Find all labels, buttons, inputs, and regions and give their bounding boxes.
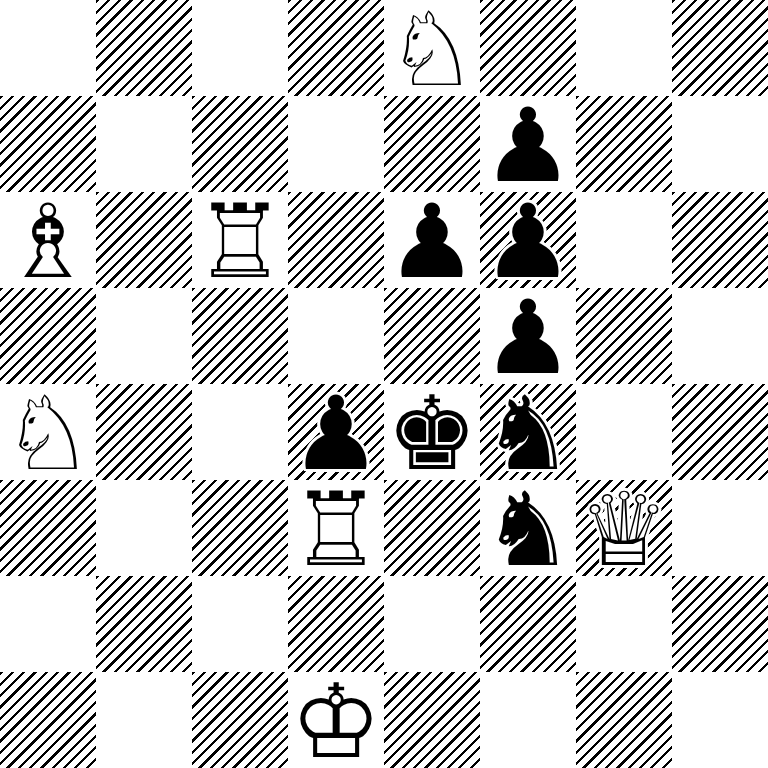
square-g3[interactable]: ♛♕ (576, 480, 672, 576)
black-pawn[interactable]: ♟ (480, 96, 576, 192)
square-f4[interactable]: ♞ (480, 384, 576, 480)
white-rook[interactable]: ♜♖ (192, 192, 288, 288)
square-h1[interactable] (672, 672, 768, 768)
square-b6[interactable] (96, 192, 192, 288)
black-pawn[interactable]: ♟ (480, 192, 576, 288)
square-h4[interactable] (672, 384, 768, 480)
square-b7[interactable] (96, 96, 192, 192)
square-c7[interactable] (192, 96, 288, 192)
black-knight-fill-glyph: ♞ (480, 480, 576, 576)
white-rook-outline-glyph: ♖ (192, 192, 288, 288)
square-h5[interactable] (672, 288, 768, 384)
square-c3[interactable] (192, 480, 288, 576)
square-f6[interactable]: ♟ (480, 192, 576, 288)
white-rook-outline-glyph: ♖ (288, 480, 384, 576)
square-h7[interactable] (672, 96, 768, 192)
black-pawn-fill-glyph: ♟ (480, 192, 576, 288)
square-d5[interactable] (288, 288, 384, 384)
square-a2[interactable] (0, 576, 96, 672)
square-f2[interactable] (480, 576, 576, 672)
square-e5[interactable] (384, 288, 480, 384)
square-d2[interactable] (288, 576, 384, 672)
white-queen[interactable]: ♛♕ (576, 480, 672, 576)
white-bishop-outline-glyph: ♗ (0, 192, 96, 288)
square-h8[interactable] (672, 0, 768, 96)
square-f7[interactable]: ♟ (480, 96, 576, 192)
square-c8[interactable] (192, 0, 288, 96)
square-d4[interactable]: ♟ (288, 384, 384, 480)
square-e4[interactable]: ♚ (384, 384, 480, 480)
square-e2[interactable] (384, 576, 480, 672)
white-king-outline-glyph: ♔ (288, 672, 384, 768)
square-d3[interactable]: ♜♖ (288, 480, 384, 576)
square-c2[interactable] (192, 576, 288, 672)
square-d1[interactable]: ♚♔ (288, 672, 384, 768)
square-h2[interactable] (672, 576, 768, 672)
square-g8[interactable] (576, 0, 672, 96)
square-g5[interactable] (576, 288, 672, 384)
square-h3[interactable] (672, 480, 768, 576)
chess-board: ♞♘♟♝♗♜♖♟♟♟♞♘♟♚♞♜♖♞♛♕♚♔ (0, 0, 768, 768)
square-b3[interactable] (96, 480, 192, 576)
white-rook[interactable]: ♜♖ (288, 480, 384, 576)
square-c5[interactable] (192, 288, 288, 384)
square-e7[interactable] (384, 96, 480, 192)
square-a3[interactable] (0, 480, 96, 576)
square-e8[interactable]: ♞♘ (384, 0, 480, 96)
square-a7[interactable] (0, 96, 96, 192)
square-g4[interactable] (576, 384, 672, 480)
square-f5[interactable]: ♟ (480, 288, 576, 384)
square-d6[interactable] (288, 192, 384, 288)
white-bishop[interactable]: ♝♗ (0, 192, 96, 288)
white-knight-outline-glyph: ♘ (0, 384, 96, 480)
black-pawn-fill-glyph: ♟ (480, 288, 576, 384)
black-knight[interactable]: ♞ (480, 480, 576, 576)
square-b1[interactable] (96, 672, 192, 768)
square-g6[interactable] (576, 192, 672, 288)
black-pawn[interactable]: ♟ (288, 384, 384, 480)
square-f1[interactable] (480, 672, 576, 768)
black-king[interactable]: ♚ (384, 384, 480, 480)
square-e6[interactable]: ♟ (384, 192, 480, 288)
square-a8[interactable] (0, 0, 96, 96)
square-h6[interactable] (672, 192, 768, 288)
black-knight[interactable]: ♞ (480, 384, 576, 480)
square-b8[interactable] (96, 0, 192, 96)
black-king-fill-glyph: ♚ (384, 384, 480, 480)
square-a1[interactable] (0, 672, 96, 768)
square-g7[interactable] (576, 96, 672, 192)
chess-diagram: ♞♘♟♝♗♜♖♟♟♟♞♘♟♚♞♜♖♞♛♕♚♔ (0, 0, 768, 768)
square-b4[interactable] (96, 384, 192, 480)
white-king[interactable]: ♚♔ (288, 672, 384, 768)
black-pawn-fill-glyph: ♟ (480, 96, 576, 192)
black-pawn-fill-glyph: ♟ (288, 384, 384, 480)
square-f8[interactable] (480, 0, 576, 96)
square-c4[interactable] (192, 384, 288, 480)
square-d8[interactable] (288, 0, 384, 96)
white-knight-outline-glyph: ♘ (384, 0, 480, 96)
square-e1[interactable] (384, 672, 480, 768)
square-a5[interactable] (0, 288, 96, 384)
square-b2[interactable] (96, 576, 192, 672)
black-pawn[interactable]: ♟ (384, 192, 480, 288)
white-knight[interactable]: ♞♘ (0, 384, 96, 480)
square-a6[interactable]: ♝♗ (0, 192, 96, 288)
square-d7[interactable] (288, 96, 384, 192)
black-pawn[interactable]: ♟ (480, 288, 576, 384)
white-knight[interactable]: ♞♘ (384, 0, 480, 96)
square-f3[interactable]: ♞ (480, 480, 576, 576)
square-a4[interactable]: ♞♘ (0, 384, 96, 480)
black-knight-fill-glyph: ♞ (480, 384, 576, 480)
square-c6[interactable]: ♜♖ (192, 192, 288, 288)
black-pawn-fill-glyph: ♟ (384, 192, 480, 288)
square-c1[interactable] (192, 672, 288, 768)
square-e3[interactable] (384, 480, 480, 576)
white-queen-outline-glyph: ♕ (576, 480, 672, 576)
square-g1[interactable] (576, 672, 672, 768)
square-g2[interactable] (576, 576, 672, 672)
square-b5[interactable] (96, 288, 192, 384)
